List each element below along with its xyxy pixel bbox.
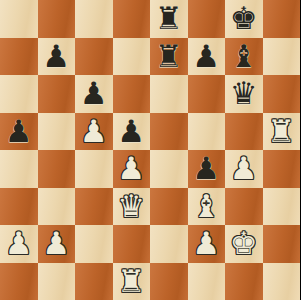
square-h7[interactable] — [263, 38, 301, 76]
square-e3[interactable] — [150, 188, 188, 226]
square-h4[interactable] — [263, 150, 301, 188]
square-h3[interactable] — [263, 188, 301, 226]
white-king[interactable]: ♚ — [225, 225, 263, 263]
black-king[interactable]: ♚ — [225, 0, 263, 38]
square-e7[interactable]: ♜ — [150, 38, 188, 76]
square-c4[interactable] — [75, 150, 113, 188]
square-e2[interactable] — [150, 225, 188, 263]
white-rook[interactable]: ♜ — [113, 263, 151, 300]
white-pawn[interactable]: ♟ — [225, 150, 263, 188]
white-pawn[interactable]: ♟ — [113, 150, 151, 188]
square-a2[interactable]: ♟ — [0, 225, 38, 263]
square-a3[interactable] — [0, 188, 38, 226]
square-h8[interactable] — [263, 0, 301, 38]
square-a1[interactable] — [0, 263, 38, 300]
square-c1[interactable] — [75, 263, 113, 300]
square-c8[interactable] — [75, 0, 113, 38]
square-g4[interactable]: ♟ — [225, 150, 263, 188]
white-rook[interactable]: ♜ — [263, 113, 301, 151]
square-b8[interactable] — [38, 0, 76, 38]
square-b3[interactable] — [38, 188, 76, 226]
square-d3[interactable]: ♛ — [113, 188, 151, 226]
square-c2[interactable] — [75, 225, 113, 263]
square-g8[interactable]: ♚ — [225, 0, 263, 38]
square-b5[interactable] — [38, 113, 76, 151]
square-d1[interactable]: ♜ — [113, 263, 151, 300]
square-c5[interactable]: ♟ — [75, 113, 113, 151]
square-d7[interactable] — [113, 38, 151, 76]
square-e5[interactable] — [150, 113, 188, 151]
square-e8[interactable]: ♜ — [150, 0, 188, 38]
square-b7[interactable]: ♟ — [38, 38, 76, 76]
chess-board: ♜♚♟♜♟♝♟♛♟♟♟♜♟♟♟♛♝♟♟♟♚♜ — [0, 0, 300, 300]
square-h1[interactable] — [263, 263, 301, 300]
square-d5[interactable]: ♟ — [113, 113, 151, 151]
white-pawn[interactable]: ♟ — [0, 225, 38, 263]
black-pawn[interactable]: ♟ — [188, 38, 226, 76]
square-f5[interactable] — [188, 113, 226, 151]
black-bishop[interactable]: ♝ — [225, 38, 263, 76]
black-rook[interactable]: ♜ — [150, 0, 188, 38]
square-e1[interactable] — [150, 263, 188, 300]
white-bishop[interactable]: ♝ — [188, 188, 226, 226]
square-a6[interactable] — [0, 75, 38, 113]
black-pawn[interactable]: ♟ — [75, 75, 113, 113]
square-a5[interactable]: ♟ — [0, 113, 38, 151]
square-f8[interactable] — [188, 0, 226, 38]
square-d6[interactable] — [113, 75, 151, 113]
square-e6[interactable] — [150, 75, 188, 113]
square-g5[interactable] — [225, 113, 263, 151]
white-pawn[interactable]: ♟ — [188, 225, 226, 263]
square-d2[interactable] — [113, 225, 151, 263]
square-c6[interactable]: ♟ — [75, 75, 113, 113]
square-g1[interactable] — [225, 263, 263, 300]
square-f2[interactable]: ♟ — [188, 225, 226, 263]
black-rook[interactable]: ♜ — [150, 38, 188, 76]
square-a7[interactable] — [0, 38, 38, 76]
square-g7[interactable]: ♝ — [225, 38, 263, 76]
square-f4[interactable]: ♟ — [188, 150, 226, 188]
square-d4[interactable]: ♟ — [113, 150, 151, 188]
square-g3[interactable] — [225, 188, 263, 226]
white-pawn[interactable]: ♟ — [75, 113, 113, 151]
square-f7[interactable]: ♟ — [188, 38, 226, 76]
square-b6[interactable] — [38, 75, 76, 113]
square-h6[interactable] — [263, 75, 301, 113]
white-pawn[interactable]: ♟ — [38, 225, 76, 263]
black-pawn[interactable]: ♟ — [113, 113, 151, 151]
square-c3[interactable] — [75, 188, 113, 226]
square-e4[interactable] — [150, 150, 188, 188]
square-b4[interactable] — [38, 150, 76, 188]
black-pawn[interactable]: ♟ — [188, 150, 226, 188]
square-c7[interactable] — [75, 38, 113, 76]
square-b1[interactable] — [38, 263, 76, 300]
square-g2[interactable]: ♚ — [225, 225, 263, 263]
black-pawn[interactable]: ♟ — [0, 113, 38, 151]
square-g6[interactable]: ♛ — [225, 75, 263, 113]
white-queen[interactable]: ♛ — [113, 188, 151, 226]
square-f1[interactable] — [188, 263, 226, 300]
black-pawn[interactable]: ♟ — [38, 38, 76, 76]
square-h5[interactable]: ♜ — [263, 113, 301, 151]
square-f6[interactable] — [188, 75, 226, 113]
square-d8[interactable] — [113, 0, 151, 38]
square-h2[interactable] — [263, 225, 301, 263]
square-a8[interactable] — [0, 0, 38, 38]
square-b2[interactable]: ♟ — [38, 225, 76, 263]
square-f3[interactable]: ♝ — [188, 188, 226, 226]
square-a4[interactable] — [0, 150, 38, 188]
black-queen[interactable]: ♛ — [225, 75, 263, 113]
